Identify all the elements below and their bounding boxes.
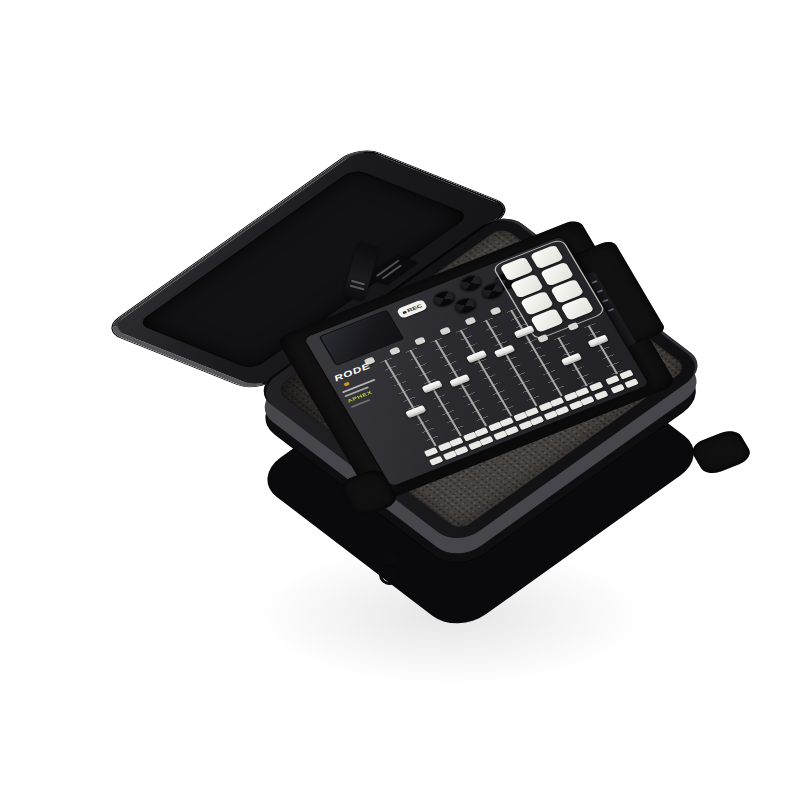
channel-mini-button — [479, 436, 494, 446]
rotary-knob — [451, 295, 479, 315]
channel-mini-button — [505, 426, 520, 436]
product-photo: REC RODE APHEX — [0, 0, 800, 800]
foam-handle-notch-right — [688, 427, 754, 477]
channel-mini-button — [530, 416, 545, 426]
channel-mini-button — [454, 446, 469, 456]
channel-icon — [389, 347, 401, 356]
channel-icon — [439, 327, 451, 336]
fader-track — [380, 358, 442, 448]
channel-mini-button — [550, 397, 565, 407]
channel-mini-button — [624, 378, 639, 388]
port-mark — [608, 308, 614, 312]
port-mark — [597, 290, 603, 294]
channel-icon — [414, 337, 426, 346]
rotary-knob — [457, 273, 485, 293]
channel-mini-button — [449, 437, 464, 447]
channel-icon — [490, 307, 502, 316]
brand-dot — [343, 382, 349, 386]
channel-mini-button — [429, 456, 444, 466]
fader-track — [405, 348, 467, 438]
channel-mini-button — [605, 375, 620, 385]
fader-track — [583, 323, 623, 376]
channel-mini-button — [594, 390, 609, 400]
channel-mini-button — [474, 427, 489, 437]
channel-mini-button — [424, 447, 439, 457]
record-dot-icon — [402, 311, 407, 315]
record-button-label: REC — [406, 303, 423, 313]
channel-mini-button — [580, 396, 595, 406]
channel-mini-button — [575, 387, 590, 397]
record-button: REC — [396, 299, 428, 319]
fader-track — [455, 328, 517, 418]
port-mark — [602, 299, 608, 303]
channel-icon — [464, 317, 476, 326]
channel-mini-button — [525, 407, 540, 417]
channel-mini-button — [610, 384, 625, 394]
channel-mini-button — [555, 406, 570, 416]
channel-mini-button — [499, 417, 514, 427]
port-mark — [591, 280, 597, 284]
